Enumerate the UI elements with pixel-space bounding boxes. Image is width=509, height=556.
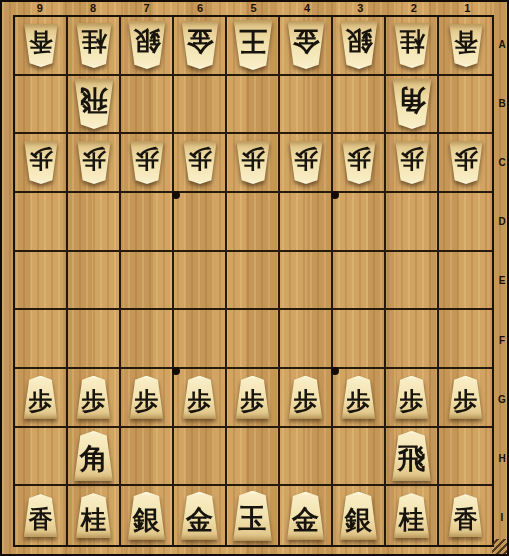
koma-kanji: 歩 <box>135 382 159 413</box>
shogi-piece-sente-歩[interactable]: 歩 <box>234 376 272 419</box>
shogi-piece-gote-桂[interactable]: 桂 <box>392 23 432 68</box>
rank-labels: ABCDEFGHI <box>495 15 509 547</box>
rank-label: F <box>495 311 509 370</box>
square-4H[interactable] <box>280 428 333 487</box>
koma-kanji: 角 <box>398 86 426 121</box>
koma-body: 玉 <box>231 491 275 541</box>
koma-kanji: 銀 <box>345 499 372 533</box>
square-5I[interactable]: 玉 <box>227 486 280 545</box>
square-1B[interactable] <box>439 76 492 135</box>
square-9B[interactable] <box>15 76 68 135</box>
shogi-piece-gote-歩[interactable]: 歩 <box>75 141 113 184</box>
koma-kanji: 金 <box>186 499 213 533</box>
square-4B[interactable] <box>280 76 333 135</box>
koma-body: 桂 <box>392 493 432 538</box>
koma-kanji: 歩 <box>188 382 212 413</box>
koma-body: 香 <box>447 494 485 537</box>
koma-body: 歩 <box>22 376 60 419</box>
square-6I[interactable]: 金 <box>174 486 227 545</box>
square-2C[interactable]: 歩 <box>386 134 439 193</box>
shogi-piece-gote-金[interactable]: 金 <box>179 21 221 69</box>
koma-body: 歩 <box>447 376 485 419</box>
shogi-piece-sente-金[interactable]: 金 <box>179 492 221 540</box>
square-1C[interactable]: 歩 <box>439 134 492 193</box>
square-2B[interactable]: 角 <box>386 76 439 135</box>
hoshi-dot <box>331 191 339 199</box>
resize-grip-icon <box>492 539 507 554</box>
square-2H[interactable]: 飛 <box>386 428 439 487</box>
shogi-piece-sente-歩[interactable]: 歩 <box>75 376 113 419</box>
square-6E[interactable] <box>174 252 227 311</box>
square-1E[interactable] <box>439 252 492 311</box>
koma-kanji: 銀 <box>133 499 160 533</box>
square-7I[interactable]: 銀 <box>121 486 174 545</box>
square-1A[interactable]: 香 <box>439 17 492 76</box>
koma-body: 歩 <box>234 376 272 419</box>
koma-kanji: 歩 <box>400 382 424 413</box>
koma-body: 歩 <box>22 141 60 184</box>
koma-kanji: 歩 <box>454 147 478 178</box>
koma-body: 桂 <box>74 23 114 68</box>
square-3A[interactable]: 銀 <box>333 17 386 76</box>
shogi-piece-sente-桂[interactable]: 桂 <box>74 493 114 538</box>
square-9E[interactable] <box>15 252 68 311</box>
square-4I[interactable]: 金 <box>280 486 333 545</box>
square-3H[interactable] <box>333 428 386 487</box>
square-8A[interactable]: 桂 <box>68 17 121 76</box>
koma-kanji: 金 <box>292 499 319 533</box>
shogi-board[interactable]: 香桂銀金王金銀桂香飛角歩歩歩歩歩歩歩歩歩歩歩歩歩歩歩歩歩歩角飛香桂銀金玉金銀桂香 <box>13 15 494 547</box>
shogi-piece-gote-歩[interactable]: 歩 <box>22 141 60 184</box>
koma-body: 歩 <box>340 376 378 419</box>
square-2I[interactable]: 桂 <box>386 486 439 545</box>
koma-body: 金 <box>285 21 327 69</box>
square-7E[interactable] <box>121 252 174 311</box>
koma-body: 角 <box>72 431 116 481</box>
shogi-piece-gote-飛[interactable]: 飛 <box>72 79 116 129</box>
square-2F[interactable] <box>386 310 439 369</box>
file-label: 9 <box>13 2 66 14</box>
square-5H[interactable] <box>227 428 280 487</box>
square-4D[interactable] <box>280 193 333 252</box>
koma-body: 歩 <box>75 141 113 184</box>
square-9D[interactable] <box>15 193 68 252</box>
shogi-piece-gote-歩[interactable]: 歩 <box>128 141 166 184</box>
square-3E[interactable] <box>333 252 386 311</box>
square-8H[interactable]: 角 <box>68 428 121 487</box>
hoshi-dot <box>172 191 180 199</box>
shogi-piece-gote-香[interactable]: 香 <box>447 24 485 67</box>
koma-kanji: 歩 <box>294 382 318 413</box>
koma-body: 歩 <box>393 141 431 184</box>
shogi-piece-gote-歩[interactable]: 歩 <box>181 141 219 184</box>
hoshi-dot <box>331 367 339 375</box>
square-3F[interactable] <box>333 310 386 369</box>
square-7H[interactable] <box>121 428 174 487</box>
koma-body: 歩 <box>181 376 219 419</box>
shogi-piece-sente-歩[interactable]: 歩 <box>128 376 166 419</box>
square-5D[interactable] <box>227 193 280 252</box>
square-5G[interactable]: 歩 <box>227 369 280 428</box>
square-7B[interactable] <box>121 76 174 135</box>
square-4A[interactable]: 金 <box>280 17 333 76</box>
koma-kanji: 飛 <box>80 86 108 121</box>
koma-body: 桂 <box>74 493 114 538</box>
koma-body: 銀 <box>126 21 168 69</box>
koma-body: 金 <box>285 492 327 540</box>
koma-body: 歩 <box>393 376 431 419</box>
square-1H[interactable] <box>439 428 492 487</box>
square-2A[interactable]: 桂 <box>386 17 439 76</box>
shogi-piece-sente-歩[interactable]: 歩 <box>340 376 378 419</box>
koma-kanji: 角 <box>80 438 108 473</box>
koma-kanji: 金 <box>292 28 319 62</box>
shogi-piece-gote-銀[interactable]: 銀 <box>126 21 168 69</box>
shogi-piece-sente-桂[interactable]: 桂 <box>392 493 432 538</box>
shogi-piece-sente-歩[interactable]: 歩 <box>22 376 60 419</box>
square-9H[interactable] <box>15 428 68 487</box>
square-8B[interactable]: 飛 <box>68 76 121 135</box>
square-9I[interactable]: 香 <box>15 486 68 545</box>
koma-body: 銀 <box>126 492 168 540</box>
square-3G[interactable]: 歩 <box>333 369 386 428</box>
shogi-piece-gote-金[interactable]: 金 <box>285 21 327 69</box>
file-label: 2 <box>387 2 440 14</box>
file-labels: 987654321 <box>13 2 494 14</box>
square-2D[interactable] <box>386 193 439 252</box>
koma-body: 香 <box>22 24 60 67</box>
koma-kanji: 王 <box>239 28 267 63</box>
square-6B[interactable] <box>174 76 227 135</box>
koma-body: 王 <box>231 20 275 70</box>
koma-body: 歩 <box>181 141 219 184</box>
koma-kanji: 銀 <box>345 28 372 62</box>
square-8D[interactable] <box>68 193 121 252</box>
koma-body: 桂 <box>392 23 432 68</box>
file-label: 1 <box>441 2 494 14</box>
koma-kanji: 桂 <box>399 500 424 532</box>
koma-kanji: 歩 <box>347 147 371 178</box>
square-7F[interactable] <box>121 310 174 369</box>
rank-label: A <box>495 15 509 74</box>
koma-kanji: 歩 <box>29 147 53 178</box>
koma-kanji: 歩 <box>82 382 106 413</box>
square-3I[interactable]: 銀 <box>333 486 386 545</box>
koma-kanji: 桂 <box>81 29 106 61</box>
file-label: 8 <box>66 2 119 14</box>
koma-kanji: 歩 <box>82 147 106 178</box>
koma-body: 角 <box>390 79 434 129</box>
shogi-piece-sente-銀[interactable]: 銀 <box>338 492 380 540</box>
koma-kanji: 銀 <box>133 28 160 62</box>
file-label: 3 <box>334 2 387 14</box>
square-8F[interactable] <box>68 310 121 369</box>
koma-kanji: 金 <box>186 28 213 62</box>
square-8I[interactable]: 桂 <box>68 486 121 545</box>
rank-label: E <box>495 251 509 310</box>
square-8E[interactable] <box>68 252 121 311</box>
square-4E[interactable] <box>280 252 333 311</box>
square-6D[interactable] <box>174 193 227 252</box>
koma-kanji: 桂 <box>81 500 106 532</box>
koma-body: 金 <box>179 492 221 540</box>
shogi-piece-sente-金[interactable]: 金 <box>285 492 327 540</box>
shogi-piece-sente-銀[interactable]: 銀 <box>126 492 168 540</box>
square-9C[interactable]: 歩 <box>15 134 68 193</box>
rank-label: C <box>495 133 509 192</box>
koma-kanji: 歩 <box>188 147 212 178</box>
shogi-piece-sente-玉[interactable]: 玉 <box>231 491 275 541</box>
square-7C[interactable]: 歩 <box>121 134 174 193</box>
square-6G[interactable]: 歩 <box>174 369 227 428</box>
shogi-piece-gote-角[interactable]: 角 <box>390 79 434 129</box>
koma-kanji: 歩 <box>454 382 478 413</box>
square-6F[interactable] <box>174 310 227 369</box>
square-8C[interactable]: 歩 <box>68 134 121 193</box>
shogi-piece-sente-歩[interactable]: 歩 <box>447 376 485 419</box>
koma-kanji: 香 <box>454 500 478 531</box>
square-5B[interactable] <box>227 76 280 135</box>
koma-body: 飛 <box>72 79 116 129</box>
file-label: 4 <box>280 2 333 14</box>
koma-body: 香 <box>447 24 485 67</box>
shogi-piece-gote-歩[interactable]: 歩 <box>447 141 485 184</box>
square-5E[interactable] <box>227 252 280 311</box>
koma-kanji: 玉 <box>239 498 267 533</box>
shogi-piece-gote-歩[interactable]: 歩 <box>340 141 378 184</box>
koma-body: 歩 <box>287 141 325 184</box>
koma-body: 銀 <box>338 492 380 540</box>
koma-kanji: 香 <box>454 30 478 61</box>
square-6C[interactable]: 歩 <box>174 134 227 193</box>
square-4C[interactable]: 歩 <box>280 134 333 193</box>
koma-body: 歩 <box>128 141 166 184</box>
koma-kanji: 歩 <box>400 147 424 178</box>
square-3C[interactable]: 歩 <box>333 134 386 193</box>
koma-kanji: 香 <box>29 30 53 61</box>
koma-body: 飛 <box>390 431 434 481</box>
koma-body: 歩 <box>447 141 485 184</box>
square-3B[interactable] <box>333 76 386 135</box>
shogi-piece-sente-歩[interactable]: 歩 <box>393 376 431 419</box>
square-6H[interactable] <box>174 428 227 487</box>
koma-kanji: 歩 <box>241 382 265 413</box>
square-5C[interactable]: 歩 <box>227 134 280 193</box>
square-1D[interactable] <box>439 193 492 252</box>
shogi-piece-gote-香[interactable]: 香 <box>22 24 60 67</box>
shogi-piece-gote-歩[interactable]: 歩 <box>393 141 431 184</box>
rank-label: G <box>495 370 509 429</box>
shogi-piece-gote-銀[interactable]: 銀 <box>338 21 380 69</box>
square-4F[interactable] <box>280 310 333 369</box>
shogi-piece-gote-歩[interactable]: 歩 <box>234 141 272 184</box>
koma-kanji: 桂 <box>399 29 424 61</box>
shogi-piece-sente-歩[interactable]: 歩 <box>181 376 219 419</box>
koma-kanji: 歩 <box>29 382 53 413</box>
square-6A[interactable]: 金 <box>174 17 227 76</box>
koma-kanji: 飛 <box>398 438 426 473</box>
shogi-piece-sente-飛[interactable]: 飛 <box>390 431 434 481</box>
shogi-piece-sente-歩[interactable]: 歩 <box>287 376 325 419</box>
square-5A[interactable]: 王 <box>227 17 280 76</box>
shogi-piece-sente-香[interactable]: 香 <box>447 494 485 537</box>
square-9A[interactable]: 香 <box>15 17 68 76</box>
square-7G[interactable]: 歩 <box>121 369 174 428</box>
square-8G[interactable]: 歩 <box>68 369 121 428</box>
square-2E[interactable] <box>386 252 439 311</box>
koma-body: 歩 <box>340 141 378 184</box>
koma-kanji: 歩 <box>294 147 318 178</box>
rank-label: H <box>495 429 509 488</box>
square-4G[interactable]: 歩 <box>280 369 333 428</box>
square-3D[interactable] <box>333 193 386 252</box>
square-9F[interactable] <box>15 310 68 369</box>
file-label: 7 <box>120 2 173 14</box>
koma-kanji: 歩 <box>347 382 371 413</box>
file-label: 6 <box>173 2 226 14</box>
shogi-app: 987654321 ABCDEFGHI 香桂銀金王金銀桂香飛角歩歩歩歩歩歩歩歩歩… <box>0 0 509 556</box>
shogi-piece-gote-桂[interactable]: 桂 <box>74 23 114 68</box>
square-1F[interactable] <box>439 310 492 369</box>
shogi-piece-gote-王[interactable]: 王 <box>231 20 275 70</box>
square-1G[interactable]: 歩 <box>439 369 492 428</box>
koma-body: 歩 <box>75 376 113 419</box>
koma-body: 歩 <box>234 141 272 184</box>
koma-body: 銀 <box>338 21 380 69</box>
shogi-piece-sente-角[interactable]: 角 <box>72 431 116 481</box>
square-1I[interactable]: 香 <box>439 486 492 545</box>
koma-body: 歩 <box>287 376 325 419</box>
square-7D[interactable] <box>121 193 174 252</box>
square-2G[interactable]: 歩 <box>386 369 439 428</box>
koma-body: 歩 <box>128 376 166 419</box>
file-label: 5 <box>227 2 280 14</box>
hoshi-dot <box>172 367 180 375</box>
koma-body: 金 <box>179 21 221 69</box>
square-7A[interactable]: 銀 <box>121 17 174 76</box>
koma-kanji: 歩 <box>135 147 159 178</box>
shogi-piece-gote-歩[interactable]: 歩 <box>287 141 325 184</box>
koma-body: 香 <box>22 494 60 537</box>
shogi-piece-sente-香[interactable]: 香 <box>22 494 60 537</box>
koma-kanji: 香 <box>29 500 53 531</box>
square-5F[interactable] <box>227 310 280 369</box>
square-9G[interactable]: 歩 <box>15 369 68 428</box>
rank-label: B <box>495 74 509 133</box>
rank-label: D <box>495 192 509 251</box>
koma-kanji: 歩 <box>241 147 265 178</box>
